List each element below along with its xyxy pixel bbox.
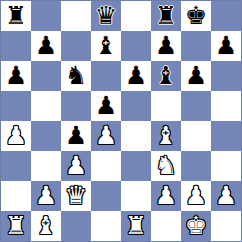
square-e6[interactable]: ♟ bbox=[121, 61, 151, 91]
square-e3[interactable] bbox=[121, 151, 151, 181]
black-bishop: ♝ bbox=[155, 61, 177, 91]
white-pawn: ♟ bbox=[155, 181, 177, 211]
square-g1[interactable]: ♚ bbox=[181, 211, 211, 241]
black-bishop: ♝ bbox=[95, 31, 117, 61]
square-d6[interactable] bbox=[91, 61, 121, 91]
square-c1[interactable] bbox=[61, 211, 91, 241]
white-king: ♚ bbox=[185, 211, 207, 241]
white-pawn: ♟ bbox=[65, 151, 87, 181]
square-g6[interactable]: ♟ bbox=[181, 61, 211, 91]
white-pawn: ♟ bbox=[215, 181, 237, 211]
square-b3[interactable] bbox=[31, 151, 61, 181]
square-e4[interactable] bbox=[121, 121, 151, 151]
square-f7[interactable]: ♟ bbox=[151, 31, 181, 61]
square-c3[interactable]: ♟ bbox=[61, 151, 91, 181]
black-rook: ♜ bbox=[155, 1, 177, 31]
square-f2[interactable]: ♟ bbox=[151, 181, 181, 211]
square-h8[interactable] bbox=[211, 1, 241, 31]
square-c5[interactable] bbox=[61, 91, 91, 121]
square-h4[interactable] bbox=[211, 121, 241, 151]
white-rook: ♜ bbox=[125, 211, 147, 241]
square-c6[interactable]: ♞ bbox=[61, 61, 91, 91]
square-h1[interactable] bbox=[211, 211, 241, 241]
square-b5[interactable] bbox=[31, 91, 61, 121]
square-e7[interactable] bbox=[121, 31, 151, 61]
square-a6[interactable]: ♟ bbox=[1, 61, 31, 91]
square-a4[interactable]: ♟ bbox=[1, 121, 31, 151]
black-queen: ♛ bbox=[95, 1, 117, 31]
square-h2[interactable]: ♟ bbox=[211, 181, 241, 211]
white-pawn: ♟ bbox=[185, 181, 207, 211]
square-a1[interactable]: ♜ bbox=[1, 211, 31, 241]
square-a8[interactable]: ♜ bbox=[1, 1, 31, 31]
square-f5[interactable] bbox=[151, 91, 181, 121]
square-b1[interactable]: ♝ bbox=[31, 211, 61, 241]
square-d4[interactable]: ♟ bbox=[91, 121, 121, 151]
white-queen: ♛ bbox=[65, 181, 87, 211]
black-pawn: ♟ bbox=[185, 61, 207, 91]
black-pawn: ♟ bbox=[155, 31, 177, 61]
white-pawn: ♟ bbox=[95, 121, 117, 151]
black-pawn: ♟ bbox=[125, 61, 147, 91]
square-e2[interactable] bbox=[121, 181, 151, 211]
square-h7[interactable]: ♟ bbox=[211, 31, 241, 61]
square-h3[interactable] bbox=[211, 151, 241, 181]
white-bishop: ♝ bbox=[35, 211, 57, 241]
square-d1[interactable] bbox=[91, 211, 121, 241]
square-c4[interactable]: ♟ bbox=[61, 121, 91, 151]
black-pawn: ♟ bbox=[215, 31, 237, 61]
black-rook: ♜ bbox=[5, 1, 27, 31]
white-knight: ♞ bbox=[155, 151, 177, 181]
black-pawn: ♟ bbox=[95, 91, 117, 121]
square-g8[interactable]: ♚ bbox=[181, 1, 211, 31]
square-g5[interactable] bbox=[181, 91, 211, 121]
square-c7[interactable] bbox=[61, 31, 91, 61]
square-g2[interactable]: ♟ bbox=[181, 181, 211, 211]
square-f6[interactable]: ♝ bbox=[151, 61, 181, 91]
chess-board-wrapper: ♜♛♜♚♟♝♟♟♟♞♟♝♟♟♟♟♟♝♟♞♟♛♟♟♟♜♝♜♚ bbox=[0, 0, 242, 242]
square-d2[interactable] bbox=[91, 181, 121, 211]
square-d3[interactable] bbox=[91, 151, 121, 181]
square-d8[interactable]: ♛ bbox=[91, 1, 121, 31]
square-a3[interactable] bbox=[1, 151, 31, 181]
square-f8[interactable]: ♜ bbox=[151, 1, 181, 31]
black-pawn: ♟ bbox=[65, 121, 87, 151]
white-bishop: ♝ bbox=[155, 121, 177, 151]
square-b8[interactable] bbox=[31, 1, 61, 31]
square-h6[interactable] bbox=[211, 61, 241, 91]
square-f1[interactable] bbox=[151, 211, 181, 241]
square-a5[interactable] bbox=[1, 91, 31, 121]
square-c8[interactable] bbox=[61, 1, 91, 31]
square-e1[interactable]: ♜ bbox=[121, 211, 151, 241]
black-pawn: ♟ bbox=[35, 31, 57, 61]
square-a2[interactable] bbox=[1, 181, 31, 211]
square-g7[interactable] bbox=[181, 31, 211, 61]
square-b2[interactable]: ♟ bbox=[31, 181, 61, 211]
black-king: ♚ bbox=[185, 1, 207, 31]
square-a7[interactable] bbox=[1, 31, 31, 61]
square-f3[interactable]: ♞ bbox=[151, 151, 181, 181]
square-h5[interactable] bbox=[211, 91, 241, 121]
white-pawn: ♟ bbox=[5, 121, 27, 151]
black-pawn: ♟ bbox=[5, 61, 27, 91]
black-knight: ♞ bbox=[65, 61, 87, 91]
square-g3[interactable] bbox=[181, 151, 211, 181]
square-b6[interactable] bbox=[31, 61, 61, 91]
square-e5[interactable] bbox=[121, 91, 151, 121]
square-f4[interactable]: ♝ bbox=[151, 121, 181, 151]
chess-board: ♜♛♜♚♟♝♟♟♟♞♟♝♟♟♟♟♟♝♟♞♟♛♟♟♟♜♝♜♚ bbox=[0, 0, 242, 242]
square-g4[interactable] bbox=[181, 121, 211, 151]
square-b7[interactable]: ♟ bbox=[31, 31, 61, 61]
square-c2[interactable]: ♛ bbox=[61, 181, 91, 211]
square-d5[interactable]: ♟ bbox=[91, 91, 121, 121]
square-b4[interactable] bbox=[31, 121, 61, 151]
white-rook: ♜ bbox=[5, 211, 27, 241]
square-e8[interactable] bbox=[121, 1, 151, 31]
white-pawn: ♟ bbox=[35, 181, 57, 211]
square-d7[interactable]: ♝ bbox=[91, 31, 121, 61]
